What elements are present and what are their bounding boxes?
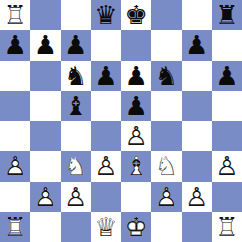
square-e5[interactable]: ♟ (121, 91, 151, 121)
black-pawn-piece: ♟ (121, 61, 151, 91)
white-piece-outline-layer: ♗ (121, 151, 151, 181)
white-pawn-piece: ♟♙ (182, 182, 212, 212)
black-piece-layer: ♚ (121, 0, 151, 30)
white-king-piece: ♚♔ (121, 212, 151, 242)
black-piece-layer: ♟ (121, 61, 151, 91)
square-e3[interactable]: ♝♗ (121, 151, 151, 181)
square-e4[interactable]: ♟♙ (121, 121, 151, 151)
square-f3[interactable]: ♞♘ (151, 151, 181, 181)
black-piece-layer: ♞ (61, 61, 91, 91)
square-f1[interactable] (151, 212, 181, 242)
square-d4[interactable] (91, 121, 121, 151)
square-f2[interactable]: ♟♙ (151, 182, 181, 212)
white-rook-piece: ♜♖ (0, 0, 30, 30)
square-a4[interactable] (0, 121, 30, 151)
white-piece-outline-layer: ♕ (91, 212, 121, 242)
square-a6[interactable] (0, 61, 30, 91)
white-queen-piece: ♛♕ (91, 212, 121, 242)
square-e6[interactable]: ♟ (121, 61, 151, 91)
white-piece-outline-layer: ♘ (61, 151, 91, 181)
black-piece-layer: ♟ (91, 61, 121, 91)
square-b7[interactable]: ♟ (30, 30, 60, 60)
black-pawn-piece: ♟ (121, 91, 151, 121)
square-f5[interactable] (151, 91, 181, 121)
white-bishop-piece: ♝♗ (121, 151, 151, 181)
square-h4[interactable] (212, 121, 242, 151)
square-g3[interactable] (182, 151, 212, 181)
white-piece-outline-layer: ♙ (91, 151, 121, 181)
square-h6[interactable]: ♟ (212, 61, 242, 91)
white-piece-outline-layer: ♙ (0, 151, 30, 181)
square-g4[interactable] (182, 121, 212, 151)
white-piece-outline-layer: ♘ (151, 151, 181, 181)
white-piece-outline-layer: ♙ (61, 182, 91, 212)
black-piece-layer: ♟ (121, 91, 151, 121)
white-pawn-piece: ♟♙ (212, 151, 242, 181)
square-c1[interactable] (61, 212, 91, 242)
black-bishop-piece: ♝ (61, 91, 91, 121)
square-e8[interactable]: ♚ (121, 0, 151, 30)
white-piece-outline-layer: ♙ (151, 182, 181, 212)
black-queen-piece: ♛ (91, 0, 121, 30)
square-g8[interactable] (182, 0, 212, 30)
square-a2[interactable] (0, 182, 30, 212)
square-g1[interactable] (182, 212, 212, 242)
square-c8[interactable] (61, 0, 91, 30)
square-b1[interactable] (30, 212, 60, 242)
square-g5[interactable] (182, 91, 212, 121)
square-c4[interactable] (61, 121, 91, 151)
black-pawn-piece: ♟ (30, 30, 60, 60)
square-d7[interactable] (91, 30, 121, 60)
square-b4[interactable] (30, 121, 60, 151)
black-knight-piece: ♞ (61, 61, 91, 91)
square-d6[interactable]: ♟ (91, 61, 121, 91)
square-f4[interactable] (151, 121, 181, 151)
white-pawn-piece: ♟♙ (30, 182, 60, 212)
square-g7[interactable]: ♟ (182, 30, 212, 60)
white-pawn-piece: ♟♙ (151, 182, 181, 212)
white-piece-outline-layer: ♖ (0, 212, 30, 242)
black-pawn-piece: ♟ (91, 61, 121, 91)
white-knight-piece: ♞♘ (151, 151, 181, 181)
square-c2[interactable]: ♟♙ (61, 182, 91, 212)
square-c7[interactable]: ♟ (61, 30, 91, 60)
white-knight-piece: ♞♘ (61, 151, 91, 181)
black-king-piece: ♚ (121, 0, 151, 30)
white-piece-outline-layer: ♖ (212, 212, 242, 242)
square-g2[interactable]: ♟♙ (182, 182, 212, 212)
square-b8[interactable] (30, 0, 60, 30)
white-piece-outline-layer: ♙ (212, 151, 242, 181)
square-f7[interactable] (151, 30, 181, 60)
square-h8[interactable]: ♜ (212, 0, 242, 30)
square-g6[interactable] (182, 61, 212, 91)
square-c5[interactable]: ♝ (61, 91, 91, 121)
square-c3[interactable]: ♞♘ (61, 151, 91, 181)
black-knight-piece: ♞ (151, 61, 181, 91)
square-f8[interactable] (151, 0, 181, 30)
white-piece-outline-layer: ♔ (121, 212, 151, 242)
black-pawn-piece: ♟ (0, 30, 30, 60)
square-h1[interactable]: ♜♖ (212, 212, 242, 242)
square-b6[interactable] (30, 61, 60, 91)
black-piece-layer: ♟ (30, 30, 60, 60)
white-pawn-piece: ♟♙ (61, 182, 91, 212)
white-piece-outline-layer: ♙ (30, 182, 60, 212)
square-b3[interactable] (30, 151, 60, 181)
white-rook-piece: ♜♖ (212, 212, 242, 242)
black-piece-layer: ♟ (182, 30, 212, 60)
black-piece-layer: ♟ (61, 30, 91, 60)
black-piece-layer: ♜ (212, 0, 242, 30)
square-b2[interactable]: ♟♙ (30, 182, 60, 212)
white-pawn-piece: ♟♙ (121, 121, 151, 151)
square-h3[interactable]: ♟♙ (212, 151, 242, 181)
square-d1[interactable]: ♛♕ (91, 212, 121, 242)
square-d3[interactable]: ♟♙ (91, 151, 121, 181)
square-c6[interactable]: ♞ (61, 61, 91, 91)
square-d2[interactable] (91, 182, 121, 212)
black-piece-layer: ♛ (91, 0, 121, 30)
black-rook-piece: ♜ (212, 0, 242, 30)
white-pawn-piece: ♟♙ (0, 151, 30, 181)
black-piece-layer: ♞ (151, 61, 181, 91)
chess-board: ♜♖♛♚♜♟♟♟♟♞♟♟♞♟♝♟♟♙♟♙♞♘♟♙♝♗♞♘♟♙♟♙♟♙♟♙♟♙♜♖… (0, 0, 242, 242)
square-d5[interactable] (91, 91, 121, 121)
square-e7[interactable] (121, 30, 151, 60)
square-f6[interactable]: ♞ (151, 61, 181, 91)
square-d8[interactable]: ♛ (91, 0, 121, 30)
square-a3[interactable]: ♟♙ (0, 151, 30, 181)
black-piece-layer: ♝ (61, 91, 91, 121)
white-piece-outline-layer: ♙ (121, 121, 151, 151)
black-pawn-piece: ♟ (61, 30, 91, 60)
square-h7[interactable] (212, 30, 242, 60)
square-a7[interactable]: ♟ (0, 30, 30, 60)
white-rook-piece: ♜♖ (0, 212, 30, 242)
square-e1[interactable]: ♚♔ (121, 212, 151, 242)
white-pawn-piece: ♟♙ (91, 151, 121, 181)
black-pawn-piece: ♟ (182, 30, 212, 60)
square-a5[interactable] (0, 91, 30, 121)
black-pawn-piece: ♟ (212, 61, 242, 91)
square-b5[interactable] (30, 91, 60, 121)
square-e2[interactable] (121, 182, 151, 212)
square-a8[interactable]: ♜♖ (0, 0, 30, 30)
white-piece-outline-layer: ♙ (182, 182, 212, 212)
square-a1[interactable]: ♜♖ (0, 212, 30, 242)
black-piece-layer: ♟ (0, 30, 30, 60)
white-piece-outline-layer: ♖ (0, 0, 30, 30)
square-h2[interactable] (212, 182, 242, 212)
black-piece-layer: ♟ (212, 61, 242, 91)
square-h5[interactable] (212, 91, 242, 121)
